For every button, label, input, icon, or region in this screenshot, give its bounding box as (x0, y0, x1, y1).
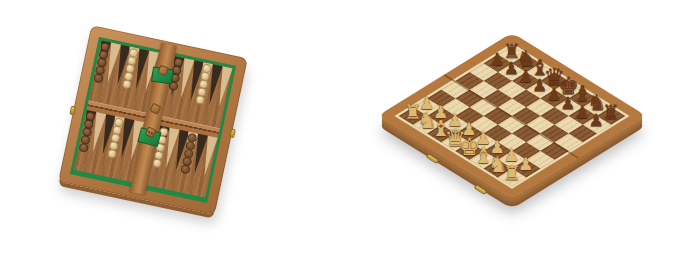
black-rook-piece: ♜ (602, 102, 620, 122)
brass-hinge-icon (474, 184, 488, 195)
product-image-canvas: ♜♞♝♛♚♝♞♜♟♟♟♟♟♟♟♟♟♟♟♟♟♟♟♟♜♞♝♛♚♝♞♜ (0, 0, 683, 254)
green-hinge-pad-top (151, 67, 174, 85)
backgammon-board (58, 25, 248, 215)
brass-clasp-icon (229, 128, 236, 138)
white-rook-piece: ♜ (503, 163, 521, 183)
chess-board-perspective: ♜♞♝♛♚♝♞♜♟♟♟♟♟♟♟♟♟♟♟♟♟♟♟♟♜♞♝♛♚♝♞♜ (378, 33, 647, 200)
backgammon-set-photo[interactable] (73, 40, 233, 200)
black-pawn-piece: ♟ (589, 112, 604, 129)
wooden-die-icon (157, 65, 168, 76)
wooden-die-icon (149, 103, 161, 115)
wooden-die-with-pips-icon (145, 126, 157, 138)
brass-clasp-icon (69, 106, 76, 116)
green-hinge-pad-bottom (137, 127, 161, 147)
chess-board: ♜♞♝♛♚♝♞♜♟♟♟♟♟♟♟♟♟♟♟♟♟♟♟♟♜♞♝♛♚♝♞♜ (378, 33, 647, 200)
brass-hinge-icon (426, 153, 440, 164)
chess-set-photo[interactable]: ♜♞♝♛♚♝♞♜♟♟♟♟♟♟♟♟♟♟♟♟♟♟♟♟♜♞♝♛♚♝♞♜ (362, 20, 662, 244)
